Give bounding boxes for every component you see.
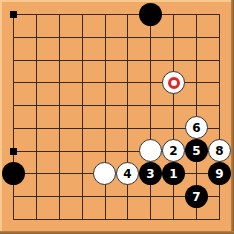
grid-horizontal-line [13,219,220,220]
board-bevel-top [0,0,234,2]
grid-horizontal-line [13,82,220,83]
grid-horizontal-line [13,37,220,38]
stone-black-5[interactable]: 5 [185,139,208,162]
stone-white[interactable] [139,139,162,162]
grid-vertical-line [127,14,128,220]
move-number-label: 3 [146,168,154,180]
hoshi-point-mark [10,11,17,18]
stone-white[interactable] [93,162,116,185]
grid-horizontal-line [13,105,220,106]
grid-horizontal-line [13,60,220,61]
move-number-label: 4 [123,168,131,180]
stone-white-2[interactable]: 2 [162,139,185,162]
red-circle-mark-icon [168,77,180,89]
grid-vertical-line [13,14,14,220]
move-number-label: 9 [215,168,223,180]
grid-vertical-line [82,14,83,220]
grid-horizontal-line [13,14,220,15]
stone-white-4[interactable]: 4 [116,162,139,185]
grid-vertical-line [150,14,151,220]
stone-white-6[interactable]: 6 [185,116,208,139]
grid-vertical-line [59,14,60,220]
board-bevel-right [231,0,234,234]
move-number-label: 5 [192,145,200,157]
move-number-label: 7 [192,191,200,203]
grid-vertical-line [173,14,174,220]
grid-vertical-line [36,14,37,220]
stone-black-3[interactable]: 3 [139,162,162,185]
hoshi-point-mark [10,148,17,155]
stone-black[interactable] [2,162,25,185]
stone-white-8[interactable]: 8 [208,139,231,162]
move-number-label: 1 [169,168,177,180]
go-board[interactable]: 625843197 [0,0,234,234]
stone-white-circled[interactable] [162,71,185,94]
grid-vertical-line [219,14,220,220]
stone-black-1[interactable]: 1 [162,162,185,185]
stone-black[interactable] [139,3,162,26]
move-number-label: 8 [215,145,223,157]
move-number-label: 2 [169,145,177,157]
move-number-label: 6 [192,122,200,134]
board-bevel-bottom [0,231,234,234]
board-bevel-left [0,0,2,234]
stone-black-7[interactable]: 7 [185,185,208,208]
stone-black-9[interactable]: 9 [208,162,231,185]
grid-vertical-line [105,14,106,220]
